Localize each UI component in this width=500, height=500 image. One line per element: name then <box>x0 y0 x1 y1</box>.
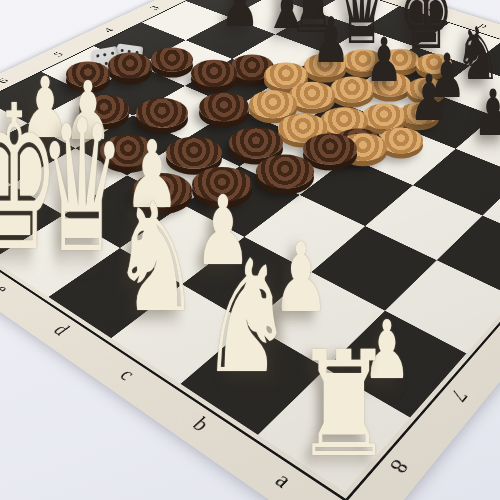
light-checker[interactable] <box>249 90 297 118</box>
die-pip <box>120 49 123 52</box>
light-checker[interactable] <box>330 76 374 102</box>
dark-checker[interactable] <box>108 52 152 78</box>
dark-checker[interactable] <box>199 93 249 122</box>
scene: hgfedcba1122334455667788hgfedcba ♚♟♟♛♟♞♟… <box>0 0 500 500</box>
dark-checker[interactable] <box>303 133 357 164</box>
die-pip <box>96 54 99 57</box>
dark-checker[interactable] <box>256 155 314 189</box>
die-pip <box>111 51 114 54</box>
dark-checker[interactable] <box>151 48 193 72</box>
light-checker[interactable] <box>362 103 406 129</box>
dark-checker[interactable] <box>191 60 237 87</box>
die-pip <box>103 53 106 56</box>
dark-checker[interactable] <box>229 127 283 158</box>
